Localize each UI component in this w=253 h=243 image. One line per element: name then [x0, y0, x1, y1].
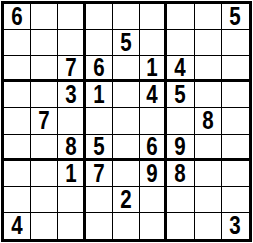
cell-r3c4[interactable]: 6	[86, 56, 113, 82]
cell-r6c8[interactable]	[195, 135, 222, 161]
cell-r3c1[interactable]	[4, 56, 31, 82]
cell-r9c9[interactable]: 3	[222, 213, 249, 239]
given-digit: 5	[230, 4, 241, 29]
given-digit: 5	[120, 30, 131, 55]
cell-r4c2[interactable]	[31, 82, 58, 108]
given-digit: 8	[65, 135, 76, 159]
cell-r5c9[interactable]	[222, 108, 249, 134]
cell-r6c7[interactable]: 9	[167, 135, 194, 161]
cell-r3c7[interactable]: 4	[167, 56, 194, 82]
cell-r1c8[interactable]	[195, 4, 222, 30]
cell-r4c6[interactable]: 4	[140, 82, 167, 108]
given-digit: 2	[120, 187, 131, 212]
cell-r6c9[interactable]	[222, 135, 249, 161]
cell-r1c9[interactable]: 5	[222, 4, 249, 30]
cell-r2c5[interactable]: 5	[113, 30, 140, 56]
cell-r7c2[interactable]	[31, 161, 58, 187]
given-digit: 1	[65, 161, 76, 186]
given-digit: 6	[93, 56, 104, 80]
cell-r2c6[interactable]	[140, 30, 167, 56]
cell-r2c8[interactable]	[195, 30, 222, 56]
cell-r4c4[interactable]: 1	[86, 82, 113, 108]
given-digit: 8	[175, 161, 186, 186]
cell-r9c8[interactable]	[195, 213, 222, 239]
cell-r9c4[interactable]	[86, 213, 113, 239]
cell-r5c7[interactable]	[167, 108, 194, 134]
cell-r2c4[interactable]	[86, 30, 113, 56]
cell-r7c9[interactable]	[222, 161, 249, 187]
cell-r3c9[interactable]	[222, 56, 249, 82]
cell-r9c1[interactable]: 4	[4, 213, 31, 239]
cell-r1c2[interactable]	[31, 4, 58, 30]
given-digit: 3	[65, 82, 76, 107]
cell-r2c1[interactable]	[4, 30, 31, 56]
cell-r3c2[interactable]	[31, 56, 58, 82]
cell-r9c2[interactable]	[31, 213, 58, 239]
cell-r9c7[interactable]	[167, 213, 194, 239]
cell-r1c6[interactable]	[140, 4, 167, 30]
cell-r3c6[interactable]: 1	[140, 56, 167, 82]
cell-r3c8[interactable]	[195, 56, 222, 82]
cell-r1c4[interactable]	[86, 4, 113, 30]
given-digit: 4	[11, 213, 22, 238]
cell-r3c3[interactable]: 7	[58, 56, 85, 82]
cell-r5c4[interactable]	[86, 108, 113, 134]
cell-r9c6[interactable]	[140, 213, 167, 239]
cell-r5c5[interactable]	[113, 108, 140, 134]
cell-r8c6[interactable]	[140, 187, 167, 213]
cell-r8c1[interactable]	[4, 187, 31, 213]
given-digit: 6	[147, 135, 158, 159]
given-digit: 6	[11, 4, 22, 29]
cell-r7c7[interactable]: 8	[167, 161, 194, 187]
cell-r8c5[interactable]: 2	[113, 187, 140, 213]
cell-r5c6[interactable]	[140, 108, 167, 134]
sudoku-board: 655761431457885691798243	[1, 1, 252, 242]
cell-r7c6[interactable]: 9	[140, 161, 167, 187]
cell-r1c5[interactable]	[113, 4, 140, 30]
given-digit: 4	[147, 82, 158, 107]
cell-r5c1[interactable]	[4, 108, 31, 134]
given-digit: 7	[65, 56, 76, 80]
cell-r8c9[interactable]	[222, 187, 249, 213]
given-digit: 1	[147, 56, 158, 80]
cell-r5c8[interactable]: 8	[195, 108, 222, 134]
cell-r9c3[interactable]	[58, 213, 85, 239]
cell-r4c5[interactable]	[113, 82, 140, 108]
cell-r2c9[interactable]	[222, 30, 249, 56]
cell-r8c2[interactable]	[31, 187, 58, 213]
cell-r7c4[interactable]: 7	[86, 161, 113, 187]
cell-r7c8[interactable]	[195, 161, 222, 187]
cell-r2c2[interactable]	[31, 30, 58, 56]
cell-r1c7[interactable]	[167, 4, 194, 30]
cell-r2c3[interactable]	[58, 30, 85, 56]
cell-r8c4[interactable]	[86, 187, 113, 213]
cell-r8c8[interactable]	[195, 187, 222, 213]
cell-r6c2[interactable]	[31, 135, 58, 161]
given-digit: 9	[147, 161, 158, 186]
cell-r7c3[interactable]: 1	[58, 161, 85, 187]
cell-r4c1[interactable]	[4, 82, 31, 108]
given-digit: 5	[93, 135, 104, 159]
cell-r8c3[interactable]	[58, 187, 85, 213]
cell-r6c5[interactable]	[113, 135, 140, 161]
given-digit: 9	[175, 135, 186, 159]
cell-r5c3[interactable]	[58, 108, 85, 134]
cell-r1c1[interactable]: 6	[4, 4, 31, 30]
cell-r5c2[interactable]: 7	[31, 108, 58, 134]
cell-r6c4[interactable]: 5	[86, 135, 113, 161]
cell-r4c7[interactable]: 5	[167, 82, 194, 108]
cell-r8c7[interactable]	[167, 187, 194, 213]
cell-r6c1[interactable]	[4, 135, 31, 161]
cell-r6c6[interactable]: 6	[140, 135, 167, 161]
cell-r6c3[interactable]: 8	[58, 135, 85, 161]
given-digit: 8	[202, 108, 213, 133]
cell-r7c5[interactable]	[113, 161, 140, 187]
cell-r7c1[interactable]	[4, 161, 31, 187]
given-digit: 5	[175, 82, 186, 107]
cell-r4c9[interactable]	[222, 82, 249, 108]
cell-r3c5[interactable]	[113, 56, 140, 82]
given-digit: 1	[93, 82, 104, 107]
cell-r9c5[interactable]	[113, 213, 140, 239]
given-digit: 3	[230, 213, 241, 238]
cell-r2c7[interactable]	[167, 30, 194, 56]
given-digit: 7	[93, 161, 104, 186]
cell-r4c8[interactable]	[195, 82, 222, 108]
given-digit: 4	[175, 56, 186, 80]
cell-r4c3[interactable]: 3	[58, 82, 85, 108]
cell-r1c3[interactable]	[58, 4, 85, 30]
given-digit: 7	[39, 108, 50, 133]
